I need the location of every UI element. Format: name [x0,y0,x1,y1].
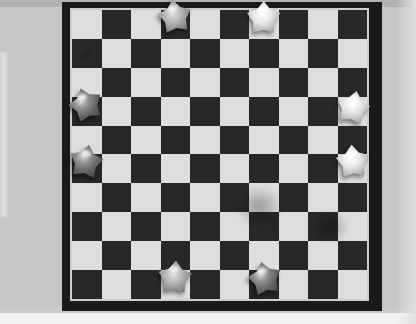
square-f8[interactable] [220,212,250,241]
square-g6[interactable] [249,154,279,183]
square-c8[interactable] [131,212,161,241]
square-c9[interactable] [131,241,161,270]
square-e5[interactable] [190,126,220,155]
square-g4[interactable] [249,97,279,126]
square-b5[interactable] [102,126,132,155]
photo-bottom-white-strip [0,313,416,324]
square-e10[interactable] [190,270,220,299]
square-d4[interactable] [161,97,191,126]
square-i10[interactable] [308,270,338,299]
square-b3[interactable] [102,68,132,97]
square-b6[interactable] [102,154,132,183]
star-shape: ★ [157,259,194,296]
square-b7[interactable] [102,183,132,212]
star-shape: ★ [332,87,374,129]
square-a8[interactable] [72,212,102,241]
square-e4[interactable] [190,97,220,126]
square-c2[interactable] [131,39,161,68]
square-f6[interactable] [220,154,250,183]
photo-right-light-strip [396,0,416,324]
square-f9[interactable] [220,241,250,270]
square-g5[interactable] [249,126,279,155]
star-piece-d1[interactable]: ★ [158,0,193,35]
square-g2[interactable] [249,39,279,68]
board-photo: ★★★★★★★★ [0,0,416,324]
square-c6[interactable] [131,154,161,183]
square-h1[interactable] [279,10,309,39]
square-j1[interactable] [338,10,368,39]
draughts-board: ★★★★★★★★ [62,2,382,311]
square-i7[interactable] [308,183,338,212]
square-e2[interactable] [190,39,220,68]
square-e8[interactable] [190,212,220,241]
square-h2[interactable] [279,39,309,68]
square-i6[interactable] [308,154,338,183]
square-i5[interactable] [308,126,338,155]
square-d5[interactable] [161,126,191,155]
square-i2[interactable] [308,39,338,68]
square-c5[interactable] [131,126,161,155]
square-h7[interactable] [279,183,309,212]
square-f1[interactable] [220,10,250,39]
square-f2[interactable] [220,39,250,68]
star-shape: ★ [244,258,286,300]
square-d6[interactable] [161,154,191,183]
star-piece-g10[interactable]: ★ [247,261,282,296]
square-a7[interactable] [72,183,102,212]
square-f3[interactable] [220,68,250,97]
board-pinstripe-border: ★★★★★★★★ [70,8,369,301]
square-j10[interactable] [338,270,368,299]
square-e9[interactable] [190,241,220,270]
square-c7[interactable] [131,183,161,212]
square-d8[interactable] [161,212,191,241]
square-b10[interactable] [102,270,132,299]
star-shape: ★ [155,0,195,37]
square-i3[interactable] [308,68,338,97]
square-b9[interactable] [102,241,132,270]
star-piece-j4[interactable]: ★ [336,91,371,126]
square-f5[interactable] [220,126,250,155]
square-c4[interactable] [131,97,161,126]
square-j8[interactable] [338,212,368,241]
square-g7[interactable] [249,183,279,212]
square-h3[interactable] [279,68,309,97]
square-f7[interactable] [220,183,250,212]
square-d2[interactable] [161,39,191,68]
square-b2[interactable] [102,39,132,68]
star-shape: ★ [334,143,372,181]
square-a2[interactable] [72,39,102,68]
photo-left-glare [0,52,7,217]
square-g3[interactable] [249,68,279,97]
square-e7[interactable] [190,183,220,212]
square-i1[interactable] [308,10,338,39]
square-j7[interactable] [338,183,368,212]
square-h6[interactable] [279,154,309,183]
square-c3[interactable] [131,68,161,97]
square-f10[interactable] [220,270,250,299]
star-piece-j6[interactable]: ★ [336,144,371,179]
square-h10[interactable] [279,270,309,299]
square-h4[interactable] [279,97,309,126]
square-c10[interactable] [131,270,161,299]
square-i9[interactable] [308,241,338,270]
square-h5[interactable] [279,126,309,155]
square-d3[interactable] [161,68,191,97]
star-piece-a4[interactable]: ★ [68,88,103,123]
square-e3[interactable] [190,68,220,97]
square-b1[interactable] [102,10,132,39]
square-g8[interactable] [249,212,279,241]
square-h9[interactable] [279,241,309,270]
square-b4[interactable] [102,97,132,126]
square-a1[interactable] [72,10,102,39]
square-h8[interactable] [279,212,309,241]
square-c1[interactable] [131,10,161,39]
star-piece-d10[interactable]: ★ [158,260,193,295]
square-d7[interactable] [161,183,191,212]
star-piece-g1[interactable]: ★ [246,1,281,36]
square-e1[interactable] [190,10,220,39]
square-e6[interactable] [190,154,220,183]
square-b8[interactable] [102,212,132,241]
square-i4[interactable] [308,97,338,126]
square-f4[interactable] [220,97,250,126]
star-shape: ★ [64,83,108,127]
board-grid: ★★★★★★★★ [72,10,367,299]
square-j2[interactable] [338,39,368,68]
square-a10[interactable] [72,270,102,299]
square-a9[interactable] [72,241,102,270]
square-j9[interactable] [338,241,368,270]
star-piece-a6[interactable]: ★ [68,144,103,179]
star-shape: ★ [246,1,281,36]
star-shape: ★ [65,142,106,183]
square-i8[interactable] [308,212,338,241]
